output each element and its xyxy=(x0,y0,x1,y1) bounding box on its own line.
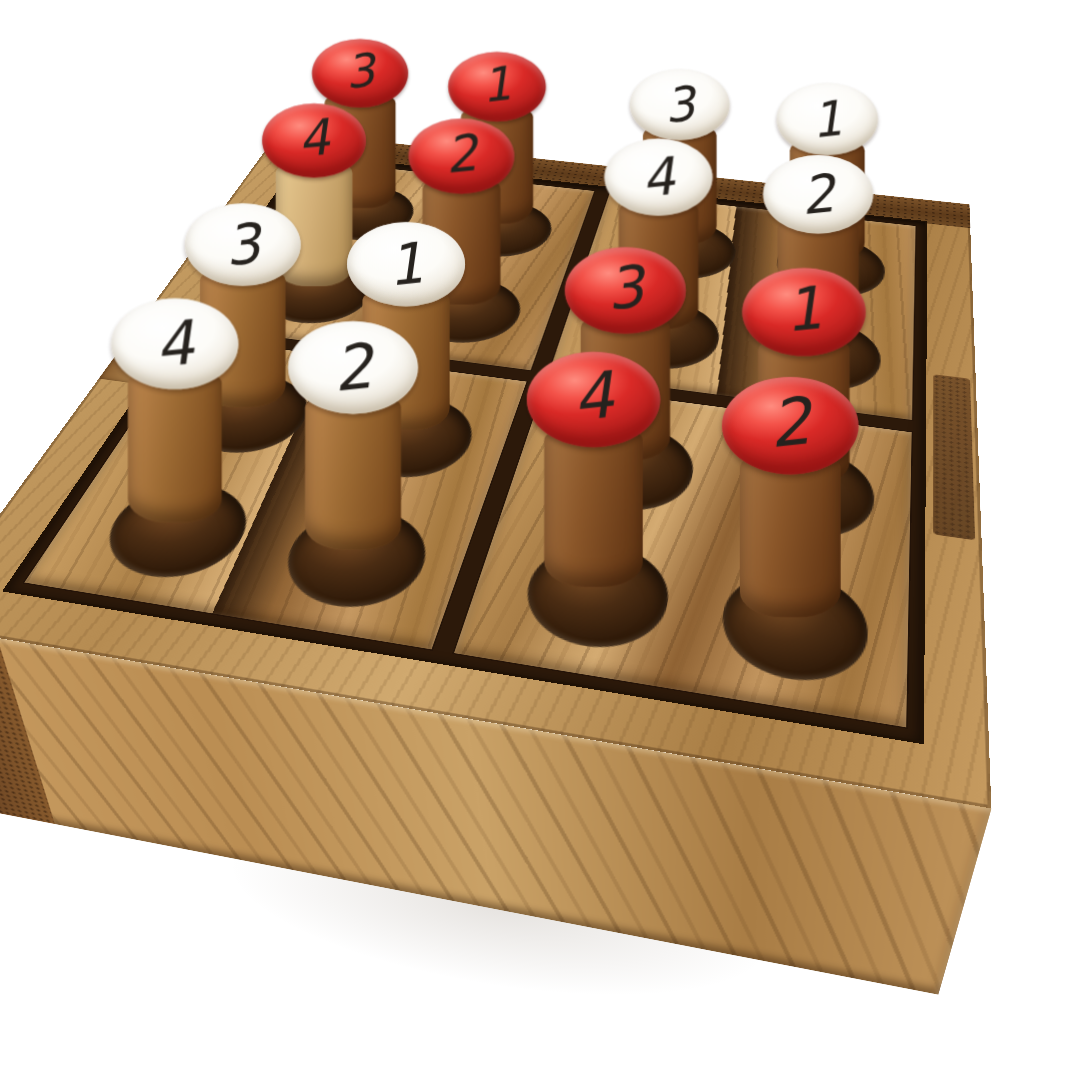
peg-number: 3 xyxy=(222,215,263,273)
peg-number: 2 xyxy=(330,335,376,401)
peg-cap: 1 xyxy=(347,222,465,306)
peg-number: 1 xyxy=(810,93,846,144)
peg-number: 1 xyxy=(386,234,427,294)
peg-cap: 2 xyxy=(763,155,873,234)
peg-number: 4 xyxy=(570,363,617,430)
peg-red-2[interactable]: 2 xyxy=(722,377,859,618)
peg-number: 3 xyxy=(343,46,377,95)
peg-number: 2 xyxy=(767,388,815,457)
peg-cap: 1 xyxy=(743,268,866,356)
peg-cap: 4 xyxy=(111,299,238,390)
peg-number: 4 xyxy=(639,150,677,205)
wooden-game-box: 3 1 4 2 3 1 4 2 3 1 4 2 xyxy=(0,291,938,995)
peg-number: 1 xyxy=(480,60,514,109)
peg-cap: 2 xyxy=(722,377,859,475)
rim-dark-patch xyxy=(933,374,975,540)
quadrant-front-right: 3 1 4 2 xyxy=(454,384,912,727)
game-tray: 3 1 4 2 3 1 4 2 3 1 4 2 xyxy=(7,155,926,741)
peg-stem xyxy=(740,458,841,617)
peg-white-2[interactable]: 2 xyxy=(288,321,418,550)
peg-number: 3 xyxy=(604,257,646,318)
peg-stem xyxy=(305,399,401,551)
peg-cap: 4 xyxy=(526,352,660,447)
peg-number: 4 xyxy=(152,312,197,376)
peg-cap: 3 xyxy=(630,69,730,140)
peg-cap: 3 xyxy=(185,203,301,286)
peg-number: 3 xyxy=(662,79,697,129)
peg-red-4[interactable]: 4 xyxy=(526,352,660,587)
peg-cap: 2 xyxy=(288,321,418,414)
cell-3-3: 2 xyxy=(677,533,894,710)
quadrant-front-left: 3 1 4 2 xyxy=(24,337,526,649)
endgrain-joint xyxy=(0,624,55,824)
peg-number: 1 xyxy=(783,278,826,340)
cell-3-2: 4 xyxy=(474,507,702,677)
peg-stem xyxy=(544,431,643,587)
scene: 3 1 4 2 3 1 4 2 3 1 4 2 xyxy=(0,0,1080,1080)
peg-cap: 3 xyxy=(312,39,408,108)
peg-cap: 4 xyxy=(262,104,366,178)
peg-number: 2 xyxy=(443,127,480,180)
peg-number: 4 xyxy=(295,112,331,164)
peg-white-4[interactable]: 4 xyxy=(111,299,238,523)
peg-cap: 1 xyxy=(777,83,878,155)
peg-cap: 2 xyxy=(409,119,515,194)
peg-cap: 3 xyxy=(565,247,686,333)
peg-cap: 4 xyxy=(604,139,712,216)
stage: 3 1 4 2 3 1 4 2 3 1 4 2 xyxy=(0,0,1080,1080)
peg-cap: 1 xyxy=(449,52,547,122)
peg-number: 2 xyxy=(799,167,838,223)
cell-3-0: 4 xyxy=(46,450,295,604)
peg-stem xyxy=(127,374,221,522)
